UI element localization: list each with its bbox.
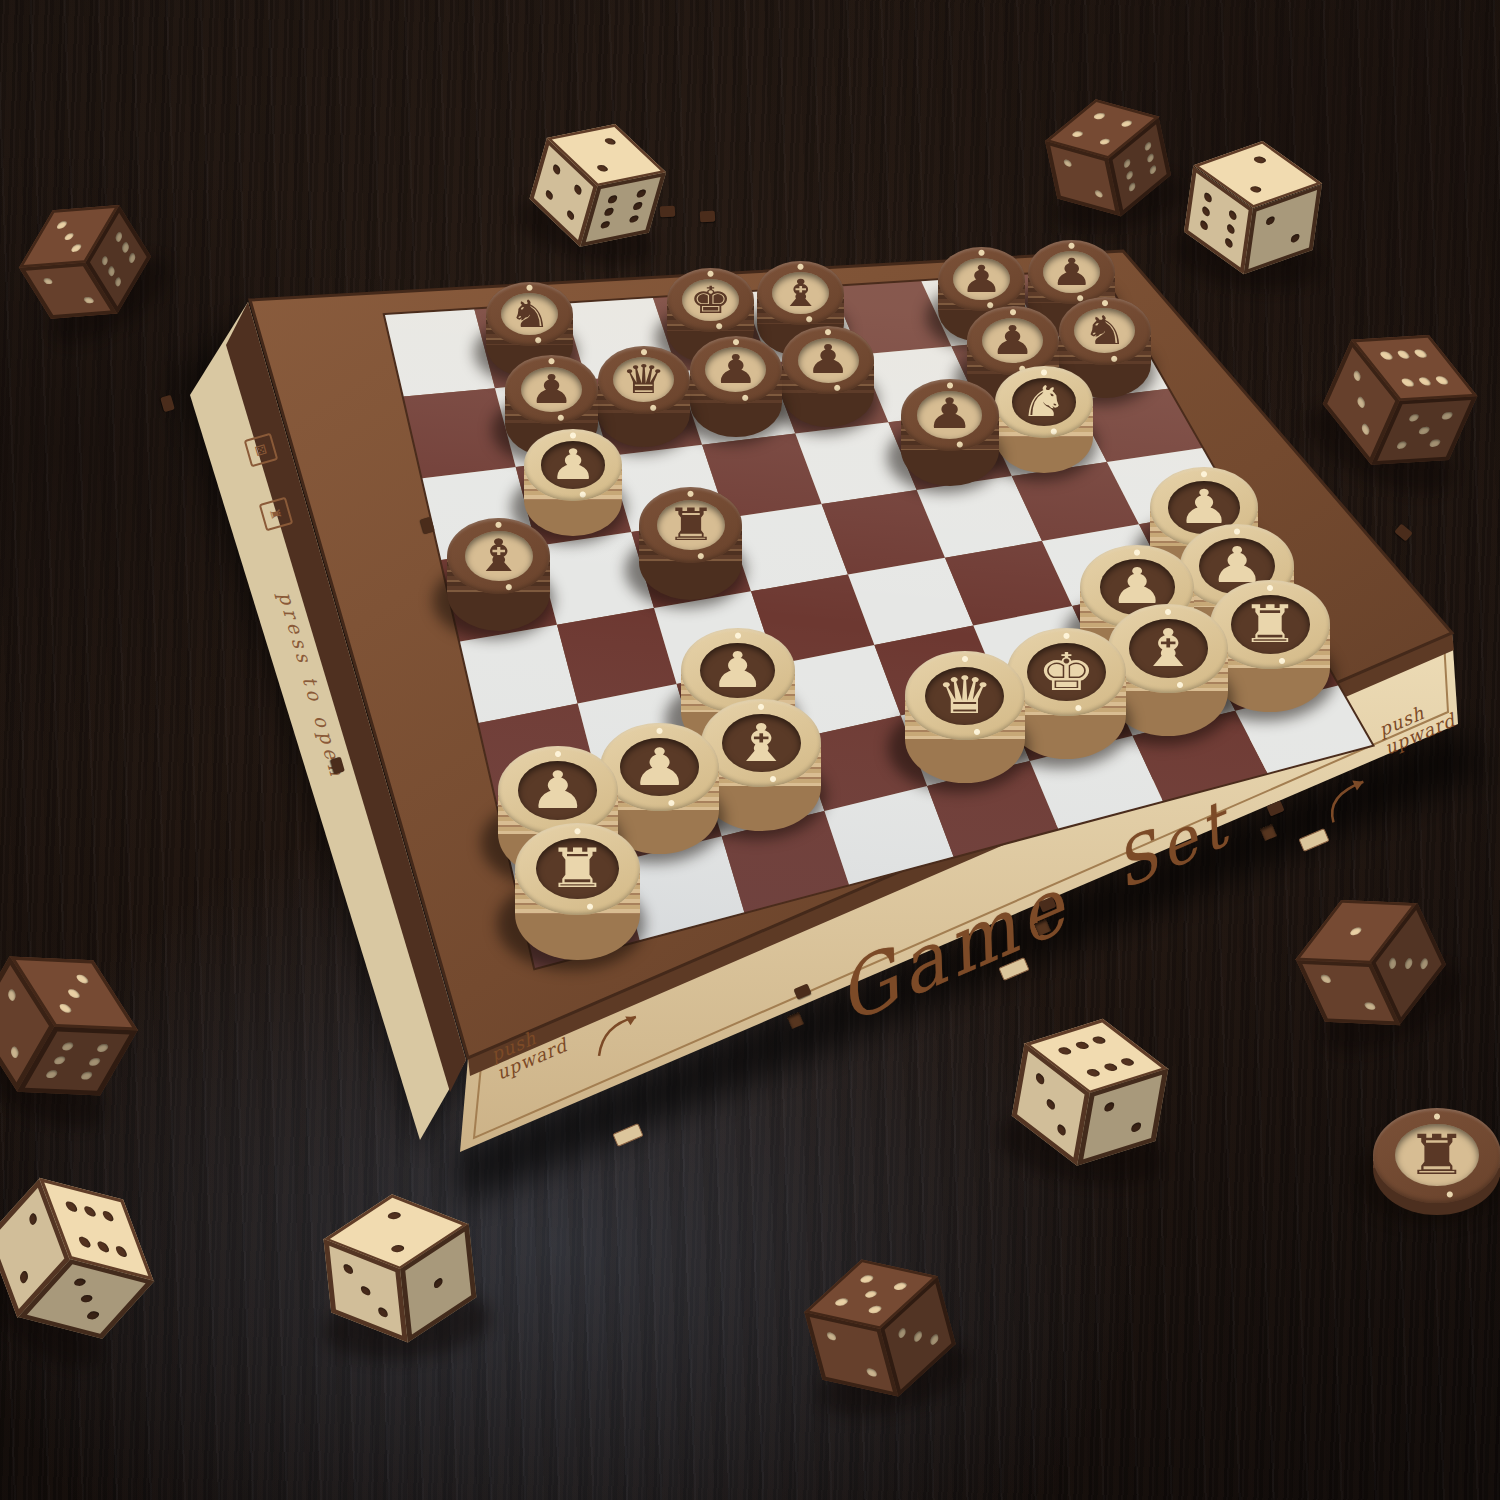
bishop-icon: ♝ (732, 717, 790, 769)
piece-inlay: ♟ (518, 761, 597, 819)
die-pip-icon (566, 208, 574, 221)
piece-top-face: ♞ (486, 282, 573, 346)
die-pip-icon (1395, 441, 1408, 449)
king-icon: ♚ (690, 281, 732, 318)
pip-grid (98, 225, 139, 293)
piece-dark-rook: ♜ (639, 487, 742, 601)
rook-icon: ♜ (547, 842, 608, 896)
pip-grid (59, 1196, 134, 1263)
pip-grid (1384, 925, 1431, 1002)
piece-top-face: ♟ (690, 336, 782, 404)
piece-dark-bishop: ♝ (447, 518, 550, 632)
die-pip-icon (1319, 974, 1332, 982)
piece-inlay: ♟ (620, 738, 699, 796)
piece-dark-pawn: ♟ (901, 379, 999, 487)
piece-top-face: ♟ (938, 247, 1025, 311)
die-pip-icon (378, 1306, 388, 1318)
piece-inlay: ♟ (1043, 251, 1100, 293)
die-pip-icon (1413, 349, 1429, 357)
die-dark (0, 174, 171, 350)
piece-inlay: ♟ (705, 347, 766, 392)
pawn-icon: ♟ (806, 340, 851, 380)
die-pip-icon (865, 1367, 877, 1377)
piece-inlay: ♞ (1074, 308, 1135, 353)
die-pip-icon (1094, 190, 1103, 199)
die-pip-icon (599, 220, 609, 229)
die-dark (0, 916, 161, 1134)
pip-grid (1258, 201, 1308, 258)
die-light (318, 1179, 482, 1356)
piece-inlay: ♝ (1129, 619, 1208, 677)
piece-top-face: ♜ (639, 487, 742, 563)
pip-grid (1026, 1066, 1075, 1143)
piece-light-queen: ♛ (905, 651, 1025, 783)
piece-top-face: ♟ (524, 429, 622, 501)
pawn-icon: ♟ (549, 444, 596, 486)
die-pip-icon (57, 1002, 73, 1011)
piece-top-face: ♟ (967, 306, 1059, 374)
rook-icon: ♜ (1241, 599, 1299, 651)
die-pip-icon (1057, 1123, 1066, 1138)
pip-grid (1196, 186, 1240, 254)
pip-grid (595, 186, 649, 232)
die-pip-icon (628, 214, 638, 223)
piece-dark-pawn: ♟ (690, 336, 782, 437)
piece-top-face: ♝ (757, 261, 844, 325)
piece-inlay: ♛ (613, 357, 674, 402)
die-pip-icon (389, 1243, 407, 1253)
pip-grid (2, 1204, 54, 1291)
piece-top-face: ♛ (598, 346, 690, 414)
piece-top-face: ♟ (901, 379, 999, 451)
die-pip-icon (19, 1268, 29, 1285)
piece-inlay: ♞ (1012, 378, 1077, 426)
die-pip-icon (95, 1240, 109, 1253)
piece-top-face: ♚ (667, 268, 754, 332)
die-pip-icon (77, 1294, 93, 1304)
die-pip-icon (45, 1069, 60, 1077)
die-pip-icon (1407, 414, 1420, 422)
piece-top-face: ♜ (1373, 1108, 1500, 1203)
pip-grid (32, 968, 116, 1016)
die-pip-icon (1097, 138, 1111, 145)
piece-inlay: ♝ (465, 531, 533, 581)
piece-top-face: ♟ (505, 355, 597, 423)
die-pip-icon (825, 1331, 837, 1341)
die-pip-icon (385, 1210, 403, 1220)
die-pip-icon (1199, 218, 1207, 231)
pip-grid (0, 981, 39, 1066)
die-pip-icon (606, 195, 616, 204)
die-pip-icon (603, 207, 613, 216)
die-pip-icon (66, 988, 82, 997)
piece-light-rook: ♜ (515, 823, 640, 961)
die-pip-icon (7, 987, 17, 1003)
die-pip-icon (77, 1236, 91, 1249)
die-pip-icon (1417, 377, 1433, 385)
piece-inlay: ♜ (1395, 1124, 1479, 1187)
die-dark (1037, 82, 1179, 233)
die-pip-icon (1428, 439, 1441, 447)
piece-top-face: ♟ (782, 326, 874, 394)
piece-inlay: ♜ (1231, 595, 1310, 653)
scene: Game Set pushupward pushupward press to … (0, 0, 1500, 1500)
pawn-icon: ♟ (529, 370, 574, 410)
pip-grid (1314, 971, 1380, 1012)
piece-inlay: ♟ (521, 367, 582, 412)
die-pip-icon (1419, 956, 1428, 971)
die-pip-icon (82, 1205, 96, 1218)
pip-grid (40, 1039, 116, 1082)
piece-top-face: ♟ (1028, 240, 1115, 304)
pip-grid (1120, 136, 1159, 198)
die-pip-icon (114, 275, 122, 288)
die-pip-icon (1084, 1067, 1102, 1076)
die-pip-icon (1056, 1045, 1074, 1054)
die-pip-icon (892, 1282, 909, 1291)
die-pip-icon (1102, 1062, 1120, 1071)
die-pip-icon (594, 165, 609, 173)
pip-grid (1094, 1087, 1151, 1148)
pieces-layer: ♞♚♝♟♟♟♛♟♟♟♞♟♝♜♟♞♟♟♟♟♟♟♝♛♚♝♜♜♜ (0, 0, 1500, 1500)
piece-inlay: ♜ (657, 500, 725, 550)
die-pip-icon (1090, 1035, 1108, 1044)
pip-grid (339, 1258, 392, 1323)
piece-inlay: ♟ (982, 318, 1043, 363)
pip-grid (821, 1327, 881, 1381)
die-pip-icon (867, 1305, 884, 1314)
die-pip-icon (88, 1057, 103, 1065)
die-pip-icon (1361, 421, 1370, 436)
bishop-icon: ♝ (1139, 622, 1197, 674)
piece-inlay: ♞ (501, 293, 558, 335)
piece-inlay: ♚ (1027, 643, 1106, 701)
pip-grid (1059, 155, 1106, 202)
die-pip-icon (80, 1070, 95, 1078)
knight-icon: ♞ (509, 295, 551, 332)
piece-inlay: ♛ (925, 667, 1004, 725)
die-light (518, 102, 676, 269)
pip-grid (1336, 363, 1385, 443)
piece-inlay: ♟ (798, 338, 859, 383)
piece-top-face: ♜ (515, 823, 640, 916)
die-pip-icon (114, 1245, 128, 1258)
die-pip-icon (42, 278, 54, 285)
piece-light-knight: ♞ (995, 366, 1093, 474)
die-pip-icon (631, 202, 641, 211)
die-pip-icon (70, 1277, 86, 1287)
pawn-icon: ♟ (926, 394, 973, 436)
die-pip-icon (61, 1042, 76, 1050)
die-pip-icon (343, 1263, 353, 1275)
piece-inlay: ♝ (772, 272, 829, 314)
die-pip-icon (10, 1043, 20, 1059)
die-dark (1305, 301, 1496, 499)
knight-icon: ♞ (1083, 311, 1128, 351)
die-pip-icon (1291, 232, 1301, 243)
piece-top-face: ♛ (905, 651, 1025, 740)
pawn-icon: ♟ (960, 260, 1002, 297)
piece-inlay: ♜ (536, 838, 619, 899)
die-pip-icon (1434, 376, 1450, 384)
pawn-icon: ♟ (631, 741, 689, 793)
pip-grid (43, 1274, 128, 1324)
die-pip-icon (635, 189, 645, 198)
rook-icon: ♜ (666, 503, 716, 548)
die-pip-icon (100, 1210, 114, 1223)
pip-grid (415, 1246, 463, 1320)
piece-dark-pawn: ♟ (782, 326, 874, 427)
knight-icon: ♞ (1020, 381, 1067, 423)
king-icon: ♚ (1038, 646, 1096, 698)
die-pip-icon (1400, 378, 1416, 386)
die-pip-icon (1131, 1121, 1142, 1133)
bishop-icon: ♝ (780, 274, 822, 311)
die-pip-icon (1378, 351, 1394, 359)
pawn-icon: ♟ (714, 350, 759, 390)
pip-grid (542, 158, 585, 226)
die-pip-icon (83, 297, 95, 304)
queen-icon: ♛ (621, 360, 666, 400)
pawn-icon: ♟ (529, 765, 587, 817)
pip-grid (37, 273, 98, 308)
die-pip-icon (1149, 164, 1157, 176)
die-pip-icon (1418, 426, 1431, 434)
die-pip-icon (84, 1310, 100, 1320)
piece-inlay: ♝ (722, 714, 801, 772)
bishop-icon: ♝ (474, 534, 524, 579)
piece-top-face: ♞ (1059, 297, 1151, 365)
die-pip-icon (70, 244, 83, 252)
die-pip-icon (1395, 350, 1411, 358)
pawn-icon: ♟ (990, 321, 1035, 361)
queen-icon: ♛ (936, 670, 994, 722)
pawn-icon: ♟ (710, 646, 765, 695)
die-light (1003, 999, 1177, 1185)
rook-icon: ♜ (1406, 1128, 1468, 1183)
piece-inlay: ♟ (541, 441, 606, 489)
piece-inlay: ♟ (917, 391, 982, 439)
die-dark (792, 1236, 967, 1421)
piece-inlay: ♟ (700, 643, 775, 699)
die-pip-icon (1440, 412, 1453, 420)
die-dark (1277, 866, 1462, 1058)
die-pip-icon (64, 1200, 78, 1213)
die-pip-icon (1119, 1056, 1137, 1065)
die-pip-icon (1073, 1040, 1091, 1049)
die-pip-icon (360, 1285, 370, 1297)
die-pip-icon (1128, 181, 1136, 193)
die-light (1178, 127, 1329, 289)
die-pip-icon (1225, 236, 1233, 249)
die-pip-icon (1265, 215, 1275, 226)
die-light (0, 1143, 185, 1373)
pawn-icon: ♟ (1051, 253, 1093, 290)
die-pip-icon (1247, 186, 1263, 195)
pip-grid (1390, 409, 1458, 453)
die-pip-icon (28, 1210, 38, 1227)
die-pip-icon (95, 1043, 110, 1051)
piece-top-face: ♞ (995, 366, 1093, 438)
die-pip-icon (53, 1055, 68, 1063)
die-pip-icon (1363, 1002, 1376, 1010)
die-pip-icon (128, 251, 136, 264)
piece-dark-rook: ♜ (1373, 1108, 1500, 1216)
die-pip-icon (545, 188, 553, 201)
piece-inlay: ♚ (682, 279, 739, 321)
piece-inlay: ♟ (953, 258, 1010, 300)
die-pip-icon (1104, 1101, 1115, 1113)
piece-top-face: ♝ (447, 518, 550, 594)
die-pip-icon (930, 1332, 939, 1347)
die-pip-icon (74, 973, 90, 982)
die-pip-icon (1119, 120, 1133, 127)
